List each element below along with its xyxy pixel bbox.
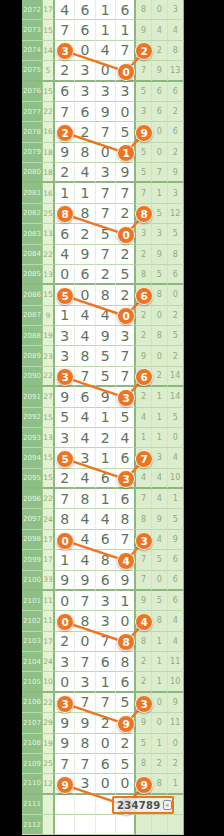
digit-cell[interactable]: 4 [75, 428, 95, 448]
digit-cell[interactable]: 2 [55, 61, 75, 81]
stat-cell: 8 [152, 611, 168, 631]
digit-cell[interactable]: 2 [116, 245, 136, 265]
stat-cell: 1 [152, 672, 168, 692]
stat-cell: 14 [168, 387, 184, 407]
digit-cell[interactable]: 2 [116, 204, 136, 224]
digit-cell[interactable]: 7 [75, 693, 95, 713]
digit-cell[interactable]: 9 [55, 143, 75, 163]
period-cell: 2096 [22, 489, 43, 509]
digit-cell[interactable]: 8 [75, 204, 95, 224]
selection-circle[interactable]: 3 [135, 532, 153, 550]
stat-cell: 9 [168, 693, 184, 713]
stat-cell: 10 [168, 672, 184, 692]
stat-cell: 1 [152, 734, 168, 754]
digit-cell[interactable]: 3 [75, 774, 95, 794]
stat-cell: 2 [152, 41, 168, 61]
sum-cell: 13 [43, 224, 55, 244]
digit-cell[interactable]: 1 [55, 306, 75, 326]
period-cell: 2085 [22, 265, 43, 285]
digit-cell[interactable]: 3 [116, 82, 136, 102]
period-cell: 2093 [22, 428, 43, 448]
sum-cell: 17 [43, 530, 55, 550]
stat-cell: 7 [136, 61, 152, 81]
digit-cell[interactable]: 7 [55, 102, 75, 122]
digit-cell[interactable]: 1 [96, 672, 116, 692]
digit-cell[interactable] [75, 795, 95, 815]
sum-cell: 29 [43, 713, 55, 733]
digit-cell[interactable]: 5 [96, 346, 116, 366]
digit-cell[interactable]: 6 [96, 754, 116, 774]
period-cell: 2107 [22, 713, 43, 733]
stat-cell: 5 [136, 163, 152, 183]
digit-cell[interactable]: 5 [96, 224, 116, 244]
digit-cell[interactable]: 9 [96, 102, 116, 122]
stat-cell: 3 [152, 448, 168, 468]
digit-cell[interactable]: 3 [55, 428, 75, 448]
digit-cell[interactable]: 7 [116, 41, 136, 61]
digit-cell[interactable]: 4 [75, 550, 95, 570]
selection-circle[interactable]: 3 [56, 368, 74, 386]
digit-cell[interactable]: 3 [96, 591, 116, 611]
digit-cell[interactable]: 5 [116, 122, 136, 142]
digit-cell[interactable]: 7 [55, 489, 75, 509]
selection-circle[interactable]: 3 [117, 470, 135, 488]
stat-cell: 6 [168, 571, 184, 591]
stat-cell: 5 [168, 509, 184, 529]
stat-cell: 13 [168, 61, 184, 81]
digit-cell[interactable]: 8 [96, 550, 116, 570]
digit-cell[interactable]: 0 [55, 672, 75, 692]
digit-cell[interactable]: 2 [116, 285, 136, 305]
digit-cell[interactable]: 4 [55, 245, 75, 265]
digit-cell[interactable]: 9 [116, 571, 136, 591]
period-cell: 2098 [22, 530, 43, 550]
digit-cell[interactable]: 6 [55, 224, 75, 244]
stat-cell: 5 [168, 224, 184, 244]
digit-cell[interactable] [55, 795, 75, 815]
sum-cell: 25 [43, 204, 55, 224]
stat-cell: 1 [152, 183, 168, 203]
digit-cell[interactable]: 0 [55, 591, 75, 611]
period-cell: 2080 [22, 163, 43, 183]
sum-cell: 19 [43, 734, 55, 754]
stat-cell: 3 [168, 0, 184, 20]
digit-cell[interactable]: 9 [75, 713, 95, 733]
selection-circle[interactable]: 2 [56, 124, 74, 142]
sum-cell: 22 [43, 102, 55, 122]
digit-cell[interactable]: 0 [96, 734, 116, 754]
digit-cell[interactable]: 5 [55, 408, 75, 428]
digit-cell[interactable]: 3 [75, 672, 95, 692]
digit-cell[interactable]: 4 [75, 530, 95, 550]
digit-cell[interactable]: 7 [96, 183, 116, 203]
digit-cell[interactable]: 7 [116, 367, 136, 387]
period-cell: 2084 [22, 245, 43, 265]
digit-cell[interactable]: 9 [96, 326, 116, 346]
digit-cell[interactable]: 2 [96, 428, 116, 448]
digit-cell[interactable]: 7 [96, 693, 116, 713]
selection-circle[interactable]: 2 [135, 42, 153, 60]
digit-cell[interactable]: 7 [75, 754, 95, 774]
digit-cell[interactable] [96, 815, 116, 835]
stat-cell: 2 [136, 672, 152, 692]
digit-cell[interactable]: 1 [96, 0, 116, 20]
digit-cell[interactable]: 5 [116, 265, 136, 285]
digit-cell[interactable]: 0 [96, 61, 116, 81]
sum-cell: 9 [43, 306, 55, 326]
digit-cell[interactable]: 3 [55, 652, 75, 672]
digit-cell[interactable]: 8 [55, 509, 75, 529]
sum-cell: 24 [43, 652, 55, 672]
digit-cell[interactable]: 3 [55, 326, 75, 346]
stat-cell: 6 [168, 550, 184, 570]
selection-circle[interactable]: 0 [56, 532, 74, 550]
digit-cell[interactable]: 7 [116, 346, 136, 366]
sum-cell: 22 [43, 245, 55, 265]
digit-cell[interactable]: 4 [75, 469, 95, 489]
stat-cell: 8 [136, 509, 152, 529]
stat-cell: 5 [136, 143, 152, 163]
stat-cell: 7 [152, 163, 168, 183]
digit-cell[interactable]: 7 [116, 530, 136, 550]
stat-cell: 11 [168, 652, 184, 672]
digit-cell[interactable]: 2 [55, 632, 75, 652]
sum-cell: 22 [43, 693, 55, 713]
digit-cell[interactable]: 4 [75, 306, 95, 326]
digit-cell[interactable]: 0 [55, 265, 75, 285]
keyboard-edit-icon[interactable]: ≡ [163, 800, 172, 810]
stat-cell: 9 [168, 530, 184, 550]
digit-cell[interactable]: 2 [75, 224, 95, 244]
digit-cell[interactable]: 4 [96, 509, 116, 529]
digit-cell[interactable]: 6 [75, 387, 95, 407]
period-cell: 2077 [22, 102, 43, 122]
selection-circle[interactable]: 3 [56, 695, 74, 713]
digit-cell[interactable]: 7 [96, 122, 116, 142]
digit-cell[interactable]: 3 [75, 448, 95, 468]
digit-cell[interactable]: 7 [96, 204, 116, 224]
period-cell: 2099 [22, 550, 43, 570]
digit-cell[interactable]: 5 [96, 367, 116, 387]
sum-cell: 15 [43, 20, 55, 40]
digit-cell[interactable]: 8 [116, 652, 136, 672]
stat-cell: 8 [136, 265, 152, 285]
selection-circle[interactable]: 0 [117, 63, 135, 81]
digit-cell[interactable]: 5 [116, 693, 136, 713]
stat-cell: 5 [136, 734, 152, 754]
stat-cell: 2 [136, 387, 152, 407]
digit-cell[interactable]: 9 [116, 163, 136, 183]
sum-cell: 14 [43, 41, 55, 61]
digit-cell[interactable]: 5 [116, 754, 136, 774]
period-cell: 2104 [22, 652, 43, 672]
stat-cell: 2 [168, 306, 184, 326]
stat-cell: 4 [136, 408, 152, 428]
digit-cell[interactable]: 6 [96, 652, 116, 672]
sum-cell: 11 [43, 591, 55, 611]
trend-chart-canvas: 2072174616803207315761194420741430472282… [0, 0, 224, 836]
stat-cell: 5 [168, 408, 184, 428]
digit-cell[interactable]: 1 [116, 20, 136, 40]
digit-cell[interactable]: 8 [75, 611, 95, 631]
digit-cell[interactable] [55, 815, 75, 835]
digit-cell[interactable]: 6 [116, 0, 136, 20]
digit-cell[interactable]: 6 [96, 469, 116, 489]
digit-cell[interactable]: 8 [116, 509, 136, 529]
stat-cell: 2 [168, 102, 184, 122]
sum-cell: 12 [43, 774, 55, 794]
digit-cell[interactable]: 4 [75, 509, 95, 529]
digit-cell[interactable]: 2 [55, 163, 75, 183]
digit-cell[interactable]: 8 [75, 346, 95, 366]
digit-cell[interactable]: 1 [96, 408, 116, 428]
digit-cell[interactable]: 1 [96, 20, 116, 40]
digit-cell[interactable]: 7 [96, 245, 116, 265]
digit-cell[interactable]: 0 [75, 632, 95, 652]
digit-cell[interactable]: 7 [55, 20, 75, 40]
selection-circle[interactable]: 4 [135, 613, 153, 631]
digit-cell[interactable]: 7 [75, 652, 95, 672]
period-cell: 2105 [22, 672, 43, 692]
digit-cell[interactable]: 9 [55, 713, 75, 733]
stat-cell: 5 [168, 326, 184, 346]
selection-input[interactable]: 234789 ≡ [112, 796, 174, 814]
digit-cell[interactable]: 2 [116, 734, 136, 754]
stat-cell: 8 [168, 245, 184, 265]
digit-cell[interactable]: 3 [96, 163, 116, 183]
stat-cell: 9 [136, 20, 152, 40]
sum-cell: 16 [43, 183, 55, 203]
stat-cell [168, 815, 184, 835]
selection-circle[interactable]: 1 [117, 144, 135, 162]
digit-cell[interactable]: 4 [75, 408, 95, 428]
digit-cell[interactable]: 6 [75, 102, 95, 122]
sum-cell: 15 [43, 82, 55, 102]
stat-cell: 3 [168, 183, 184, 203]
digit-cell[interactable]: 4 [75, 163, 95, 183]
sum-cell: 15 [43, 469, 55, 489]
digit-cell[interactable] [75, 815, 95, 835]
digit-cell[interactable]: 3 [96, 82, 116, 102]
sum-cell: 11 [43, 611, 55, 631]
digit-cell[interactable]: 7 [75, 591, 95, 611]
sum-cell [43, 815, 55, 835]
digit-cell[interactable]: 9 [55, 734, 75, 754]
stat-cell: 9 [152, 509, 168, 529]
digit-cell[interactable]: 7 [116, 183, 136, 203]
stat-cell: 3 [136, 224, 152, 244]
digit-cell[interactable]: 5 [116, 408, 136, 428]
digit-cell[interactable]: 9 [96, 387, 116, 407]
stat-cell: 5 [152, 265, 168, 285]
digit-cell[interactable]: 6 [96, 571, 116, 591]
digit-cell[interactable]: 9 [55, 571, 75, 591]
stat-cell: 7 [136, 550, 152, 570]
digit-cell[interactable]: 3 [75, 61, 95, 81]
selection-circle[interactable]: 8 [56, 205, 74, 223]
digit-cell[interactable]: 7 [75, 367, 95, 387]
sum-cell: 17 [43, 632, 55, 652]
stat-cell: 1 [152, 632, 168, 652]
stat-cell: 4 [152, 20, 168, 40]
period-cell: 2094 [22, 448, 43, 468]
selection-circle[interactable]: 6 [135, 368, 153, 386]
digit-cell[interactable]: 0 [75, 285, 95, 305]
sum-cell: 22 [43, 489, 55, 509]
stat-cell: 8 [136, 754, 152, 774]
digit-cell[interactable]: 6 [116, 672, 136, 692]
digit-cell[interactable]: 0 [116, 774, 136, 794]
digit-cell[interactable]: 3 [116, 326, 136, 346]
stat-cell: 8 [136, 632, 152, 652]
period-cell: 2081 [22, 183, 43, 203]
digit-cell[interactable]: 4 [96, 41, 116, 61]
sum-cell: 13 [43, 265, 55, 285]
digit-cell[interactable]: 1 [116, 591, 136, 611]
digit-cell[interactable]: 0 [96, 143, 116, 163]
digit-cell[interactable]: 9 [55, 387, 75, 407]
stat-cell: 4 [168, 632, 184, 652]
digit-cell[interactable]: 6 [116, 489, 136, 509]
selection-circle[interactable]: 3 [56, 42, 74, 60]
selection-circle[interactable]: 5 [56, 450, 74, 468]
selection-circle[interactable]: 9 [135, 124, 153, 142]
digit-cell[interactable]: 6 [116, 448, 136, 468]
selection-circle[interactable]: 3 [135, 695, 153, 713]
selection-circle[interactable]: 4 [117, 552, 135, 570]
stat-cell: 0 [168, 734, 184, 754]
stat-cell: 14 [168, 367, 184, 387]
period-cell: 2088 [22, 326, 43, 346]
period-cell: 2112 [22, 815, 43, 835]
selection-circle[interactable]: 9 [117, 715, 135, 733]
digit-cell[interactable]: 6 [55, 82, 75, 102]
period-cell: 2086 [22, 285, 43, 305]
digit-cell[interactable]: 0 [96, 774, 116, 794]
digit-cell[interactable]: 3 [96, 611, 116, 631]
period-cell: 2074 [22, 41, 43, 61]
digit-cell[interactable]: 7 [96, 632, 116, 652]
digit-cell[interactable]: 8 [96, 285, 116, 305]
stat-cell: 11 [168, 713, 184, 733]
digit-cell[interactable]: 4 [116, 428, 136, 448]
stat-cell: 6 [168, 265, 184, 285]
digit-cell[interactable]: 9 [75, 245, 95, 265]
stat-cell: 4 [136, 469, 152, 489]
digit-cell[interactable]: 4 [96, 306, 116, 326]
stat-cell: 1 [152, 652, 168, 672]
selection-circle[interactable]: 3 [117, 389, 135, 407]
stat-cell: 3 [152, 224, 168, 244]
stat-cell: 7 [136, 183, 152, 203]
digit-cell[interactable] [116, 815, 136, 835]
digit-cell[interactable]: 2 [96, 713, 116, 733]
stat-cell: 1 [168, 774, 184, 794]
period-cell: 2075 [22, 61, 43, 81]
digit-cell[interactable]: 6 [75, 0, 95, 20]
sum-cell: 22 [43, 367, 55, 387]
period-cell: 2095 [22, 469, 43, 489]
digit-cell[interactable]: 1 [96, 489, 116, 509]
stat-cell: 6 [152, 82, 168, 102]
selection-circle[interactable]: 0 [56, 613, 74, 631]
selection-circle[interactable]: 9 [56, 776, 74, 794]
selection-circle[interactable]: 8 [135, 205, 153, 223]
digit-cell[interactable]: 8 [75, 734, 95, 754]
period-cell: 2091 [22, 387, 43, 407]
digit-cell[interactable]: 9 [75, 571, 95, 591]
stat-cell: 9 [136, 346, 152, 366]
digit-cell[interactable]: 8 [75, 143, 95, 163]
stat-cell: 8 [152, 326, 168, 346]
sum-cell: 27 [43, 387, 55, 407]
digit-cell[interactable]: 7 [55, 754, 75, 774]
digit-cell[interactable]: 0 [116, 611, 136, 631]
selection-circle[interactable]: 9 [135, 776, 153, 794]
selection-circle[interactable]: 6 [135, 287, 153, 305]
period-cell: 2110 [22, 774, 43, 794]
period-cell: 2100 [22, 571, 43, 591]
stat-cell: 5 [152, 204, 168, 224]
stat-cell: 0 [152, 346, 168, 366]
stat-cell: 0 [168, 285, 184, 305]
selection-circle[interactable]: 0 [117, 226, 135, 244]
stat-cell: 0 [152, 713, 168, 733]
digit-cell[interactable]: 3 [55, 346, 75, 366]
stat-cell: 9 [136, 713, 152, 733]
selection-circle[interactable]: 5 [56, 287, 74, 305]
sum-cell: 16 [43, 122, 55, 142]
stat-cell: 4 [168, 448, 184, 468]
stat-cell: 8 [152, 285, 168, 305]
stat-cell: 6 [168, 82, 184, 102]
selection-circle[interactable]: 7 [135, 450, 153, 468]
digit-cell[interactable]: 2 [55, 469, 75, 489]
digit-cell[interactable]: 4 [55, 0, 75, 20]
period-cell: 2109 [22, 754, 43, 774]
digit-cell[interactable]: 6 [75, 20, 95, 40]
digit-cell[interactable]: 6 [96, 530, 116, 550]
selection-circle[interactable]: 0 [117, 307, 135, 325]
selection-circle[interactable]: 8 [117, 633, 135, 651]
digit-cell[interactable]: 1 [75, 183, 95, 203]
period-cell: 2073 [22, 20, 43, 40]
digit-cell[interactable]: 0 [75, 41, 95, 61]
sum-cell: 15 [43, 448, 55, 468]
period-cell: 2111 [22, 795, 43, 815]
digit-cell[interactable]: 2 [96, 265, 116, 285]
digit-cell[interactable]: 4 [75, 326, 95, 346]
digit-cell[interactable]: 6 [75, 265, 95, 285]
digit-cell[interactable]: 3 [75, 82, 95, 102]
stat-cell: 4 [168, 611, 184, 631]
period-cell: 2083 [22, 224, 43, 244]
stat-cell: 4 [152, 469, 168, 489]
stat-cell: 9 [136, 591, 152, 611]
stat-cell: 2 [136, 652, 152, 672]
stat-cell: 8 [168, 41, 184, 61]
stat-cell: 0 [152, 306, 168, 326]
digit-cell[interactable]: 0 [116, 102, 136, 122]
digit-cell[interactable]: 1 [55, 550, 75, 570]
stat-cell [136, 815, 152, 835]
digit-cell[interactable]: 2 [75, 122, 95, 142]
sum-cell: 13 [43, 428, 55, 448]
digit-cell[interactable]: 8 [75, 489, 95, 509]
stat-cell: 2 [168, 346, 184, 366]
digit-cell[interactable]: 1 [96, 448, 116, 468]
digit-cell[interactable]: 1 [55, 183, 75, 203]
